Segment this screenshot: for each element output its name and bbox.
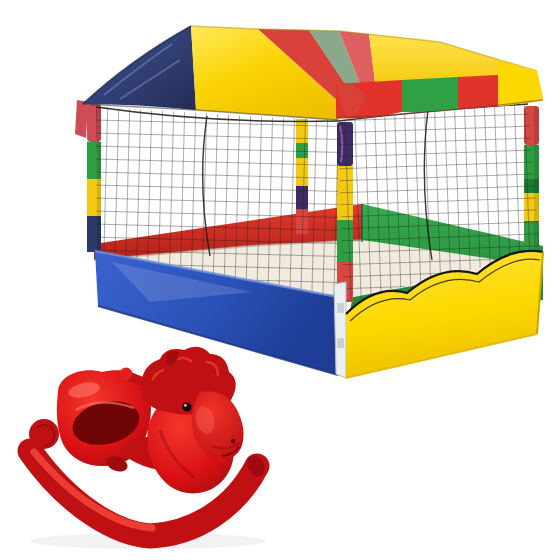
- rocking-horse: [29, 347, 268, 549]
- valance-red-right: [458, 75, 498, 109]
- valance-yellow-cap: [498, 60, 543, 106]
- corner-frame-strip: [334, 282, 346, 378]
- product-photo: [0, 0, 560, 560]
- scene-canvas: [0, 0, 560, 560]
- nostril: [231, 439, 235, 443]
- horse-eye: [182, 402, 191, 411]
- valance-green: [402, 77, 458, 112]
- tent-roof: [83, 26, 543, 120]
- eye-glint: [184, 404, 187, 407]
- ball-pit-tent: [75, 26, 543, 378]
- frame-hinge: [337, 303, 344, 313]
- frame-hinge: [337, 338, 344, 348]
- post-ribbon-red: [75, 100, 88, 138]
- handlebar-knob: [120, 368, 133, 381]
